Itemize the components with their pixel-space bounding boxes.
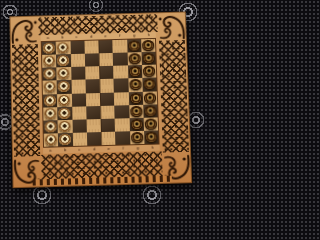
board-square[interactable] [143, 91, 158, 104]
board-square[interactable] [43, 107, 58, 121]
checker-piece-light[interactable] [45, 121, 57, 132]
board-square[interactable] [114, 92, 129, 105]
board-square[interactable] [57, 80, 72, 93]
board-square[interactable] [128, 91, 143, 104]
board-square[interactable] [99, 53, 114, 66]
file-label: f [116, 145, 131, 151]
board-square[interactable] [129, 104, 144, 118]
board-square[interactable] [57, 67, 72, 80]
checker-piece-dark[interactable] [142, 53, 154, 64]
board-square[interactable] [99, 66, 114, 79]
board-square[interactable] [70, 41, 84, 54]
board-square[interactable] [86, 106, 101, 120]
checker-piece-dark[interactable] [129, 66, 141, 77]
checker-piece-dark[interactable] [145, 131, 157, 142]
checker-piece-light[interactable] [59, 134, 71, 145]
file-label: c [72, 147, 87, 153]
board-square[interactable] [87, 132, 102, 146]
board-grid [41, 38, 160, 148]
board-square[interactable] [114, 79, 129, 92]
checker-piece-dark[interactable] [142, 40, 154, 51]
board-square[interactable] [71, 93, 86, 107]
file-label: e [101, 146, 116, 152]
board-square[interactable] [127, 52, 142, 65]
game-board: abcdefgh abcdefgh [9, 12, 192, 189]
board-square[interactable] [72, 132, 87, 146]
carved-border-right [159, 40, 189, 152]
checker-piece-light[interactable] [59, 121, 71, 132]
checker-piece-dark[interactable] [143, 79, 155, 90]
board-square[interactable] [72, 106, 87, 120]
board-square[interactable] [57, 106, 72, 120]
file-label: h [145, 145, 160, 151]
board-square[interactable] [114, 105, 129, 119]
board-square[interactable] [58, 120, 73, 134]
board-square[interactable] [101, 132, 116, 146]
file-label: a [43, 147, 58, 153]
board-square[interactable] [130, 131, 145, 145]
board-square[interactable] [43, 94, 58, 108]
board-square[interactable] [57, 93, 72, 107]
checker-piece-light[interactable] [57, 55, 69, 66]
board-square[interactable] [101, 118, 116, 132]
board-square[interactable] [143, 117, 158, 131]
board-square[interactable] [85, 79, 100, 92]
spiral-scroll-icon [9, 16, 39, 46]
board-square[interactable] [141, 52, 156, 65]
checker-piece-dark[interactable] [143, 66, 155, 77]
checker-piece-light[interactable] [58, 94, 70, 105]
board-square[interactable] [127, 65, 142, 78]
board-square[interactable] [113, 53, 128, 66]
checker-piece-dark[interactable] [128, 53, 140, 64]
carved-corner-ornament [9, 16, 39, 46]
board-square[interactable] [70, 54, 85, 67]
board-square[interactable] [142, 78, 157, 91]
checker-piece-dark[interactable] [128, 40, 140, 51]
checker-piece-dark[interactable] [129, 79, 141, 90]
board-square[interactable] [43, 81, 58, 94]
checker-piece-light[interactable] [57, 42, 69, 53]
checker-piece-light[interactable] [43, 56, 55, 67]
board-square[interactable] [42, 55, 56, 68]
file-label: b [58, 147, 73, 153]
board-square[interactable] [58, 133, 73, 147]
board-square[interactable] [100, 92, 115, 105]
checker-piece-dark[interactable] [144, 92, 156, 103]
board-square[interactable] [43, 120, 58, 134]
board-square[interactable] [86, 119, 101, 133]
board-square[interactable] [98, 40, 113, 53]
board-square[interactable] [113, 40, 128, 53]
board-square[interactable] [42, 68, 57, 81]
board-square[interactable] [85, 66, 100, 79]
checker-piece-light[interactable] [58, 68, 70, 79]
board-square[interactable] [72, 119, 87, 133]
board-square[interactable] [115, 131, 130, 145]
checker-piece-dark[interactable] [130, 106, 142, 117]
spiral-scroll-icon [156, 12, 187, 42]
checker-piece-light[interactable] [59, 108, 71, 119]
checker-piece-light[interactable] [43, 43, 55, 54]
checker-piece-dark[interactable] [129, 92, 141, 103]
checker-piece-dark[interactable] [130, 119, 142, 130]
board-square[interactable] [84, 40, 99, 53]
board-square[interactable] [143, 104, 158, 118]
checker-piece-light[interactable] [44, 82, 56, 93]
file-label: g [130, 145, 145, 151]
carved-border-left [12, 44, 40, 157]
board-square[interactable] [71, 80, 86, 93]
board-square[interactable] [56, 54, 70, 67]
board-square[interactable] [129, 118, 144, 132]
board-square[interactable] [144, 130, 159, 144]
checker-piece-light[interactable] [44, 108, 56, 119]
board-square[interactable] [141, 39, 156, 52]
checker-piece-dark[interactable] [144, 105, 156, 116]
board-square[interactable] [142, 65, 157, 78]
board-square[interactable] [85, 53, 100, 66]
file-label: d [87, 146, 102, 152]
board-square[interactable] [128, 78, 143, 91]
checker-piece-light[interactable] [43, 69, 55, 80]
checker-piece-light[interactable] [58, 81, 70, 92]
board-square[interactable] [44, 133, 59, 147]
board-square[interactable] [127, 39, 142, 52]
board-square[interactable] [100, 105, 115, 119]
checker-piece-light[interactable] [45, 134, 57, 145]
checker-piece-dark[interactable] [145, 118, 157, 129]
checker-piece-light[interactable] [44, 95, 56, 106]
board-square[interactable] [99, 79, 114, 92]
board-square[interactable] [71, 67, 86, 80]
board-square[interactable] [56, 41, 70, 54]
board-square[interactable] [115, 118, 130, 132]
board-square[interactable] [42, 42, 56, 55]
checker-piece-dark[interactable] [131, 132, 143, 143]
carved-border-bottom [41, 152, 163, 180]
carved-corner-ornament [156, 12, 187, 42]
board-square[interactable] [86, 93, 101, 107]
board-square[interactable] [113, 66, 128, 79]
